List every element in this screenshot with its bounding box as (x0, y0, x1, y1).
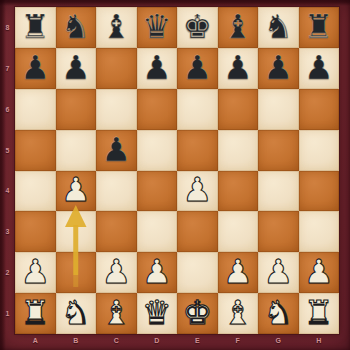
rank-label-7: 7 (0, 48, 15, 89)
square-g5[interactable] (258, 130, 299, 171)
white-pawn[interactable]: ♟ (142, 255, 172, 288)
square-h6[interactable] (299, 89, 340, 130)
white-pawn[interactable]: ♟ (101, 255, 131, 288)
black-knight[interactable]: ♞ (263, 10, 293, 43)
rank-label-8: 8 (0, 7, 15, 48)
file-label-f: F (218, 334, 259, 350)
black-pawn[interactable]: ♟ (223, 51, 253, 84)
black-bishop[interactable]: ♝ (223, 10, 253, 43)
square-c4[interactable] (96, 171, 137, 212)
square-h3[interactable] (299, 211, 340, 252)
square-f3[interactable] (218, 211, 259, 252)
white-pawn[interactable]: ♟ (20, 255, 50, 288)
rank-label-3: 3 (0, 211, 15, 252)
black-pawn[interactable]: ♟ (61, 51, 91, 84)
square-c8[interactable]: ♝ (96, 7, 137, 48)
white-king[interactable]: ♚ (182, 296, 212, 329)
square-b2[interactable] (56, 252, 97, 293)
file-label-h: H (299, 334, 340, 350)
black-pawn[interactable]: ♟ (142, 51, 172, 84)
square-f6[interactable] (218, 89, 259, 130)
square-f5[interactable] (218, 130, 259, 171)
square-g6[interactable] (258, 89, 299, 130)
rank-label-4: 4 (0, 171, 15, 212)
black-bishop[interactable]: ♝ (101, 10, 131, 43)
file-label-e: E (177, 334, 218, 350)
square-a7[interactable]: ♟ (15, 48, 56, 89)
rank-label-1: 1 (0, 293, 15, 334)
square-d8[interactable]: ♛ (137, 7, 178, 48)
square-b5[interactable] (56, 130, 97, 171)
square-c3[interactable] (96, 211, 137, 252)
white-knight[interactable]: ♞ (61, 296, 91, 329)
square-f8[interactable]: ♝ (218, 7, 259, 48)
square-c5[interactable]: ♟ (96, 130, 137, 171)
white-rook[interactable]: ♜ (20, 296, 50, 329)
square-b4[interactable]: ♟ (56, 171, 97, 212)
white-bishop[interactable]: ♝ (223, 296, 253, 329)
black-king[interactable]: ♚ (182, 10, 212, 43)
square-c1[interactable]: ♝ (96, 293, 137, 334)
black-pawn[interactable]: ♟ (304, 51, 334, 84)
rank-label-6: 6 (0, 89, 15, 130)
square-e3[interactable] (177, 211, 218, 252)
square-e8[interactable]: ♚ (177, 7, 218, 48)
white-bishop[interactable]: ♝ (101, 296, 131, 329)
square-c6[interactable] (96, 89, 137, 130)
square-a2[interactable]: ♟ (15, 252, 56, 293)
white-pawn[interactable]: ♟ (263, 255, 293, 288)
square-h8[interactable]: ♜ (299, 7, 340, 48)
white-rook[interactable]: ♜ (304, 296, 334, 329)
rank-label-5: 5 (0, 130, 15, 171)
file-label-a: A (15, 334, 56, 350)
black-pawn[interactable]: ♟ (20, 51, 50, 84)
square-h1[interactable]: ♜ (299, 293, 340, 334)
black-pawn[interactable]: ♟ (263, 51, 293, 84)
file-label-d: D (137, 334, 178, 350)
square-e2[interactable] (177, 252, 218, 293)
square-f1[interactable]: ♝ (218, 293, 259, 334)
square-f2[interactable]: ♟ (218, 252, 259, 293)
square-c2[interactable]: ♟ (96, 252, 137, 293)
chess-board[interactable]: ♜♞♝♛♚♝♞♜♟♟♟♟♟♟♟♟♟♟♟♟♟♟♟♟♜♞♝♛♚♝♞♜ (15, 7, 339, 334)
white-pawn[interactable]: ♟ (182, 173, 212, 206)
square-b7[interactable]: ♟ (56, 48, 97, 89)
black-queen[interactable]: ♛ (142, 10, 172, 43)
square-a4[interactable] (15, 171, 56, 212)
square-d4[interactable] (137, 171, 178, 212)
file-labels: ABCDEFGH (15, 334, 339, 350)
black-pawn[interactable]: ♟ (101, 133, 131, 166)
square-a1[interactable]: ♜ (15, 293, 56, 334)
square-h4[interactable] (299, 171, 340, 212)
square-b3[interactable] (56, 211, 97, 252)
black-rook[interactable]: ♜ (304, 10, 334, 43)
square-e7[interactable]: ♟ (177, 48, 218, 89)
square-d2[interactable]: ♟ (137, 252, 178, 293)
white-pawn[interactable]: ♟ (304, 255, 334, 288)
square-d3[interactable] (137, 211, 178, 252)
rank-label-2: 2 (0, 252, 15, 293)
square-f7[interactable]: ♟ (218, 48, 259, 89)
file-label-b: B (56, 334, 97, 350)
square-f4[interactable] (218, 171, 259, 212)
square-a3[interactable] (15, 211, 56, 252)
square-h7[interactable]: ♟ (299, 48, 340, 89)
square-g2[interactable]: ♟ (258, 252, 299, 293)
square-b6[interactable] (56, 89, 97, 130)
square-e4[interactable]: ♟ (177, 171, 218, 212)
black-pawn[interactable]: ♟ (182, 51, 212, 84)
black-knight[interactable]: ♞ (61, 10, 91, 43)
rank-labels: 87654321 (0, 7, 15, 334)
square-d6[interactable] (137, 89, 178, 130)
square-c7[interactable] (96, 48, 137, 89)
square-d7[interactable]: ♟ (137, 48, 178, 89)
square-b1[interactable]: ♞ (56, 293, 97, 334)
square-h2[interactable]: ♟ (299, 252, 340, 293)
white-queen[interactable]: ♛ (142, 296, 172, 329)
square-g3[interactable] (258, 211, 299, 252)
white-knight[interactable]: ♞ (263, 296, 293, 329)
square-d5[interactable] (137, 130, 178, 171)
square-a8[interactable]: ♜ (15, 7, 56, 48)
black-rook[interactable]: ♜ (20, 10, 50, 43)
file-label-g: G (258, 334, 299, 350)
square-g8[interactable]: ♞ (258, 7, 299, 48)
square-e6[interactable] (177, 89, 218, 130)
square-g4[interactable] (258, 171, 299, 212)
square-g1[interactable]: ♞ (258, 293, 299, 334)
square-h5[interactable] (299, 130, 340, 171)
white-pawn[interactable]: ♟ (223, 255, 253, 288)
square-e5[interactable] (177, 130, 218, 171)
square-g7[interactable]: ♟ (258, 48, 299, 89)
square-e1[interactable]: ♚ (177, 293, 218, 334)
square-b8[interactable]: ♞ (56, 7, 97, 48)
square-a6[interactable] (15, 89, 56, 130)
square-a5[interactable] (15, 130, 56, 171)
chess-board-frame: 87654321 ABCDEFGH ♜♞♝♛♚♝♞♜♟♟♟♟♟♟♟♟♟♟♟♟♟♟… (0, 0, 350, 350)
file-label-c: C (96, 334, 137, 350)
square-d1[interactable]: ♛ (137, 293, 178, 334)
white-pawn[interactable]: ♟ (61, 173, 91, 206)
